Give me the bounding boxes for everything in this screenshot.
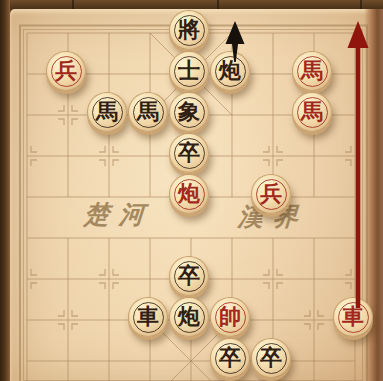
table-edge-top: [0, 0, 383, 9]
wood-seam: [360, 0, 362, 9]
move-arrows-layer: [0, 0, 383, 381]
wood-seam: [217, 0, 219, 9]
table-edge-left: [0, 0, 10, 381]
black-move-arrow: [226, 21, 245, 62]
xiangqi-game-screen: 楚河 漢界 將兵士炮馬馬馬象馬卒炮兵卒車炮帥車卒卒: [0, 0, 383, 381]
wood-seam: [72, 0, 74, 9]
red-move-arrow: [348, 21, 369, 308]
